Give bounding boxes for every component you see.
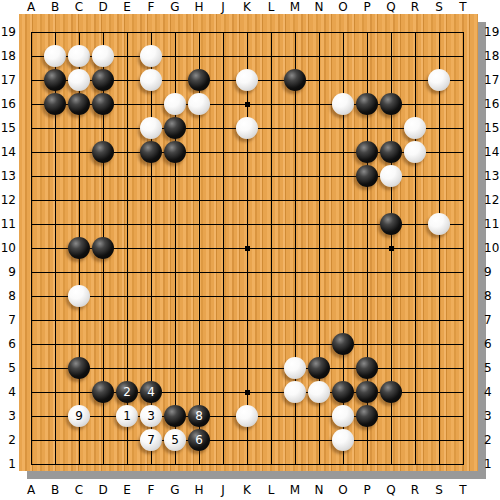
black-stone-g15 [164,117,186,139]
white-stone-g16 [164,93,186,115]
black-stone-n5 [308,357,330,379]
row-labels-left: 19181716151413121110987654321 [0,20,17,476]
row-label-right-5: 5 [483,356,500,380]
row-label-left-9: 9 [0,260,17,284]
row-label-right-3: 3 [483,404,500,428]
black-stone-c16 [68,93,90,115]
row-label-right-8: 8 [483,284,500,308]
col-label-bottom-h: H [187,483,211,497]
row-label-left-6: 6 [0,332,17,356]
col-label-top-r: R [403,0,427,14]
col-label-bottom-o: O [331,483,355,497]
black-stone-g14 [164,141,186,163]
col-label-bottom-q: Q [379,483,403,497]
col-label-bottom-f: F [139,483,163,497]
col-label-top-n: N [307,0,331,14]
row-label-left-16: 16 [0,92,17,116]
move-number-c3: 9 [75,410,83,422]
row-label-left-11: 11 [0,212,17,236]
black-stone-d17 [92,69,114,91]
black-stone-h3: 8 [188,405,210,427]
col-label-bottom-c: C [67,483,91,497]
row-label-left-7: 7 [0,308,17,332]
black-stone-p16 [356,93,378,115]
col-label-bottom-b: B [43,483,67,497]
white-stone-c17 [68,69,90,91]
white-stone-o16 [332,93,354,115]
black-stone-d10 [92,237,114,259]
row-label-left-4: 4 [0,380,17,404]
col-label-top-h: H [187,0,211,14]
white-stone-f2: 7 [140,429,162,451]
col-label-bottom-m: M [283,483,307,497]
col-label-bottom-e: E [115,483,139,497]
stones-layer[interactable]: 248691375 [19,20,475,476]
col-label-bottom-j: J [211,483,235,497]
col-label-bottom-a: A [19,483,43,497]
row-label-right-16: 16 [483,92,500,116]
col-label-bottom-p: P [355,483,379,497]
white-stone-m4 [284,381,306,403]
col-label-top-c: C [67,0,91,14]
move-number-h3: 8 [195,410,203,422]
row-label-right-10: 10 [483,236,500,260]
row-label-left-5: 5 [0,356,17,380]
row-label-left-12: 12 [0,188,17,212]
move-number-f4: 4 [147,386,155,398]
row-label-right-4: 4 [483,380,500,404]
col-label-top-b: B [43,0,67,14]
column-labels-bottom: ABCDEFGHJKLMNOPQRST [19,483,475,497]
col-label-top-d: D [91,0,115,14]
move-number-h2: 6 [195,434,203,446]
row-label-right-7: 7 [483,308,500,332]
row-label-right-19: 19 [483,20,500,44]
black-stone-d4 [92,381,114,403]
col-label-top-p: P [355,0,379,14]
white-stone-f3: 3 [140,405,162,427]
col-label-top-l: L [259,0,283,14]
black-stone-p14 [356,141,378,163]
black-stone-q14 [380,141,402,163]
white-stone-r15 [404,117,426,139]
col-label-top-g: G [163,0,187,14]
move-number-g2: 5 [171,434,179,446]
black-stone-d14 [92,141,114,163]
black-stone-f14 [140,141,162,163]
col-label-bottom-s: S [427,483,451,497]
row-labels-right: 19181716151413121110987654321 [483,20,500,476]
col-label-bottom-t: T [451,483,475,497]
black-stone-p5 [356,357,378,379]
white-stone-n4 [308,381,330,403]
row-label-right-13: 13 [483,164,500,188]
black-stone-g3 [164,405,186,427]
black-stone-d16 [92,93,114,115]
black-stone-f4: 4 [140,381,162,403]
row-label-left-18: 18 [0,44,17,68]
black-stone-o4 [332,381,354,403]
white-stone-f15 [140,117,162,139]
white-stone-s11 [428,213,450,235]
row-label-left-13: 13 [0,164,17,188]
black-stone-c5 [68,357,90,379]
white-stone-s17 [428,69,450,91]
row-label-right-12: 12 [483,188,500,212]
black-stone-o6 [332,333,354,355]
white-stone-b18 [44,45,66,67]
black-stone-b17 [44,69,66,91]
black-stone-e4: 2 [116,381,138,403]
row-label-left-10: 10 [0,236,17,260]
col-label-bottom-l: L [259,483,283,497]
white-stone-d18 [92,45,114,67]
row-label-right-1: 1 [483,452,500,476]
black-stone-c10 [68,237,90,259]
white-stone-k3 [236,405,258,427]
white-stone-k17 [236,69,258,91]
col-label-top-k: K [235,0,259,14]
row-label-left-14: 14 [0,140,17,164]
row-label-right-9: 9 [483,260,500,284]
black-stone-p3 [356,405,378,427]
black-stone-p13 [356,165,378,187]
col-label-top-a: A [19,0,43,14]
black-stone-m17 [284,69,306,91]
white-stone-m5 [284,357,306,379]
black-stone-h2: 6 [188,429,210,451]
white-stone-c3: 9 [68,405,90,427]
white-stone-o2 [332,429,354,451]
row-label-right-2: 2 [483,428,500,452]
row-label-left-3: 3 [0,404,17,428]
row-label-left-15: 15 [0,116,17,140]
white-stone-e3: 1 [116,405,138,427]
col-label-top-e: E [115,0,139,14]
col-label-top-f: F [139,0,163,14]
move-number-f2: 7 [147,434,155,446]
black-stone-p4 [356,381,378,403]
black-stone-q4 [380,381,402,403]
white-stone-k15 [236,117,258,139]
white-stone-f17 [140,69,162,91]
col-label-top-s: S [427,0,451,14]
white-stone-h16 [188,93,210,115]
col-label-top-t: T [451,0,475,14]
black-stone-q16 [380,93,402,115]
move-number-e4: 2 [123,386,131,398]
row-label-right-14: 14 [483,140,500,164]
col-label-top-q: Q [379,0,403,14]
row-label-right-17: 17 [483,68,500,92]
move-number-f3: 3 [147,410,155,422]
white-stone-g2: 5 [164,429,186,451]
row-label-left-8: 8 [0,284,17,308]
white-stone-q13 [380,165,402,187]
white-stone-f18 [140,45,162,67]
col-label-bottom-d: D [91,483,115,497]
black-stone-b16 [44,93,66,115]
col-label-top-o: O [331,0,355,14]
black-stone-q11 [380,213,402,235]
col-label-top-j: J [211,0,235,14]
row-label-left-19: 19 [0,20,17,44]
move-number-e3: 1 [123,410,131,422]
white-stone-c8 [68,285,90,307]
go-diagram: 248691375 ABCDEFGHJKLMNOPQRST ABCDEFGHJK… [0,0,500,500]
col-label-bottom-g: G [163,483,187,497]
col-label-bottom-n: N [307,483,331,497]
col-label-bottom-r: R [403,483,427,497]
col-label-bottom-k: K [235,483,259,497]
row-label-right-18: 18 [483,44,500,68]
row-label-left-1: 1 [0,452,17,476]
white-stone-r14 [404,141,426,163]
row-label-right-6: 6 [483,332,500,356]
row-label-right-15: 15 [483,116,500,140]
row-label-left-2: 2 [0,428,17,452]
col-label-top-m: M [283,0,307,14]
row-label-left-17: 17 [0,68,17,92]
black-stone-h17 [188,69,210,91]
row-label-right-11: 11 [483,212,500,236]
white-stone-c18 [68,45,90,67]
white-stone-o3 [332,405,354,427]
column-labels-top: ABCDEFGHJKLMNOPQRST [19,0,475,14]
